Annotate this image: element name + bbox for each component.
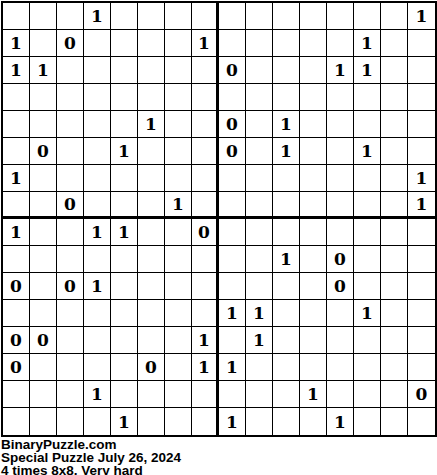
cell-r16c8[interactable] — [192, 408, 219, 435]
cell-r11c7[interactable] — [165, 273, 192, 300]
cell-r14c16[interactable] — [408, 354, 435, 381]
cell-r9c13[interactable] — [327, 219, 354, 246]
cell-r4c12[interactable] — [300, 84, 327, 111]
cell-r15c16: 0 — [408, 381, 435, 408]
cell-r16c2[interactable] — [30, 408, 57, 435]
cell-r9c6[interactable] — [138, 219, 165, 246]
cell-r12c9: 1 — [219, 300, 246, 327]
cell-r13c5[interactable] — [111, 327, 138, 354]
cell-r8c16: 1 — [408, 192, 435, 219]
cell-r9c7[interactable] — [165, 219, 192, 246]
cell-r11c9[interactable] — [219, 273, 246, 300]
cell-r5c9: 0 — [219, 111, 246, 138]
cell-r9c16[interactable] — [408, 219, 435, 246]
cell-r13c2: 0 — [30, 327, 57, 354]
cell-r12c14: 1 — [354, 300, 381, 327]
cell-r11c6[interactable] — [138, 273, 165, 300]
cell-r5c8[interactable] — [192, 111, 219, 138]
cell-r16c1[interactable] — [3, 408, 30, 435]
cell-r6c5: 1 — [111, 138, 138, 165]
cell-r11c2[interactable] — [30, 273, 57, 300]
cell-r16c14[interactable] — [354, 408, 381, 435]
cell-r10c15[interactable] — [381, 246, 408, 273]
cell-r16c7[interactable] — [165, 408, 192, 435]
cell-r12c6[interactable] — [138, 300, 165, 327]
cell-r6c9: 0 — [219, 138, 246, 165]
cell-r10c16[interactable] — [408, 246, 435, 273]
cell-r1c9[interactable] — [219, 3, 246, 30]
cell-r12c15[interactable] — [381, 300, 408, 327]
cell-r4c3[interactable] — [57, 84, 84, 111]
cell-r6c1[interactable] — [3, 138, 30, 165]
cell-r9c11[interactable] — [273, 219, 300, 246]
cell-r4c1[interactable] — [3, 84, 30, 111]
cell-r15c11[interactable] — [273, 381, 300, 408]
cell-r15c3[interactable] — [57, 381, 84, 408]
cell-r10c6[interactable] — [138, 246, 165, 273]
cell-r2c10[interactable] — [246, 30, 273, 57]
cell-r2c16[interactable] — [408, 30, 435, 57]
cell-r8c3: 0 — [57, 192, 84, 219]
cell-r2c7[interactable] — [165, 30, 192, 57]
cell-r4c7[interactable] — [165, 84, 192, 111]
cell-r9c15[interactable] — [381, 219, 408, 246]
cell-r3c12[interactable] — [300, 57, 327, 84]
cell-r10c5[interactable] — [111, 246, 138, 273]
cell-r8c10[interactable] — [246, 192, 273, 219]
cell-r9c10[interactable] — [246, 219, 273, 246]
cell-r13c7[interactable] — [165, 327, 192, 354]
cell-r10c10[interactable] — [246, 246, 273, 273]
cell-r13c3[interactable] — [57, 327, 84, 354]
cell-r5c13[interactable] — [327, 111, 354, 138]
cell-r10c3[interactable] — [57, 246, 84, 273]
cell-r4c4[interactable] — [84, 84, 111, 111]
cell-r13c15[interactable] — [381, 327, 408, 354]
cell-r2c3: 0 — [57, 30, 84, 57]
cell-r4c16[interactable] — [408, 84, 435, 111]
cell-r15c9[interactable] — [219, 381, 246, 408]
cell-r4c9[interactable] — [219, 84, 246, 111]
cell-r7c4[interactable] — [84, 165, 111, 192]
cell-r15c7[interactable] — [165, 381, 192, 408]
cell-r13c1: 0 — [3, 327, 30, 354]
cell-r7c13[interactable] — [327, 165, 354, 192]
cell-r11c14[interactable] — [354, 273, 381, 300]
cell-r2c2[interactable] — [30, 30, 57, 57]
cell-r1c1[interactable] — [3, 3, 30, 30]
cell-r16c3[interactable] — [57, 408, 84, 435]
cell-r7c12[interactable] — [300, 165, 327, 192]
cell-r8c13[interactable] — [327, 192, 354, 219]
cell-r8c8[interactable] — [192, 192, 219, 219]
cell-r10c14[interactable] — [354, 246, 381, 273]
cell-r1c2[interactable] — [30, 3, 57, 30]
cell-r2c13[interactable] — [327, 30, 354, 57]
cell-r2c9[interactable] — [219, 30, 246, 57]
cell-r1c12[interactable] — [300, 3, 327, 30]
cell-r15c5[interactable] — [111, 381, 138, 408]
cell-r5c5[interactable] — [111, 111, 138, 138]
cell-r13c6[interactable] — [138, 327, 165, 354]
cell-r16c9: 1 — [219, 408, 246, 435]
cell-r7c16: 1 — [408, 165, 435, 192]
cell-r15c10[interactable] — [246, 381, 273, 408]
cell-r15c8[interactable] — [192, 381, 219, 408]
cell-r11c1: 0 — [3, 273, 30, 300]
cell-r10c11: 1 — [273, 246, 300, 273]
cell-r9c12[interactable] — [300, 219, 327, 246]
cell-r15c12: 1 — [300, 381, 327, 408]
cell-r13c11[interactable] — [273, 327, 300, 354]
cell-r8c5[interactable] — [111, 192, 138, 219]
cell-r1c11[interactable] — [273, 3, 300, 30]
cell-r4c14[interactable] — [354, 84, 381, 111]
cell-r13c9[interactable] — [219, 327, 246, 354]
cell-r7c10[interactable] — [246, 165, 273, 192]
cell-r3c4[interactable] — [84, 57, 111, 84]
cell-r2c14: 1 — [354, 30, 381, 57]
cell-r3c8[interactable] — [192, 57, 219, 84]
footer: BinaryPuzzle.com Special Puzzle July 26,… — [1, 437, 437, 475]
cell-r9c4: 1 — [84, 219, 111, 246]
cell-r7c5[interactable] — [111, 165, 138, 192]
cell-r11c11[interactable] — [273, 273, 300, 300]
cell-r4c6[interactable] — [138, 84, 165, 111]
cell-r9c5: 1 — [111, 219, 138, 246]
cell-r14c5[interactable] — [111, 354, 138, 381]
cell-r11c8[interactable] — [192, 273, 219, 300]
cell-r8c15[interactable] — [381, 192, 408, 219]
cell-r16c10[interactable] — [246, 408, 273, 435]
cell-r14c6: 0 — [138, 354, 165, 381]
cell-r10c12[interactable] — [300, 246, 327, 273]
cell-r14c8: 1 — [192, 354, 219, 381]
cell-r7c15[interactable] — [381, 165, 408, 192]
cell-r1c14[interactable] — [354, 3, 381, 30]
cell-r15c6[interactable] — [138, 381, 165, 408]
puzzle-board: 1110111101110101011110111110100010111001… — [1, 1, 437, 437]
cell-r3c9: 0 — [219, 57, 246, 84]
cell-r16c16[interactable] — [408, 408, 435, 435]
cell-r5c12[interactable] — [300, 111, 327, 138]
cell-r6c8[interactable] — [192, 138, 219, 165]
cell-r1c8[interactable] — [192, 3, 219, 30]
cell-r12c7[interactable] — [165, 300, 192, 327]
cell-r7c8[interactable] — [192, 165, 219, 192]
cell-r14c15[interactable] — [381, 354, 408, 381]
page: 1110111101110101011110111110100010111001… — [0, 0, 437, 475]
cell-r3c16[interactable] — [408, 57, 435, 84]
cell-r5c16[interactable] — [408, 111, 435, 138]
cell-r2c15[interactable] — [381, 30, 408, 57]
cell-r12c5[interactable] — [111, 300, 138, 327]
cell-r3c1: 1 — [3, 57, 30, 84]
cell-r13c8: 1 — [192, 327, 219, 354]
cell-r6c16[interactable] — [408, 138, 435, 165]
cell-r11c12[interactable] — [300, 273, 327, 300]
cell-r14c1: 0 — [3, 354, 30, 381]
cell-r10c1[interactable] — [3, 246, 30, 273]
cell-r6c7[interactable] — [165, 138, 192, 165]
cell-r1c16: 1 — [408, 3, 435, 30]
cell-r14c3[interactable] — [57, 354, 84, 381]
cell-r1c13[interactable] — [327, 3, 354, 30]
cell-r6c4[interactable] — [84, 138, 111, 165]
cell-r5c10[interactable] — [246, 111, 273, 138]
cell-r7c7[interactable] — [165, 165, 192, 192]
cell-r1c3[interactable] — [57, 3, 84, 30]
cell-r14c7[interactable] — [165, 354, 192, 381]
cell-r12c12[interactable] — [300, 300, 327, 327]
cell-r11c4: 1 — [84, 273, 111, 300]
cell-r2c1: 1 — [3, 30, 30, 57]
cell-r7c11[interactable] — [273, 165, 300, 192]
cell-r2c4[interactable] — [84, 30, 111, 57]
cell-r8c7: 1 — [165, 192, 192, 219]
cell-r7c3[interactable] — [57, 165, 84, 192]
cell-r7c14[interactable] — [354, 165, 381, 192]
cell-r15c1[interactable] — [3, 381, 30, 408]
cell-r15c14[interactable] — [354, 381, 381, 408]
cell-r8c6[interactable] — [138, 192, 165, 219]
cell-r4c5[interactable] — [111, 84, 138, 111]
cell-r16c11[interactable] — [273, 408, 300, 435]
cell-r15c13[interactable] — [327, 381, 354, 408]
cell-r7c2[interactable] — [30, 165, 57, 192]
puzzle-difficulty: 4 times 8x8, Very hard — [1, 464, 437, 475]
cell-r6c6[interactable] — [138, 138, 165, 165]
cell-r11c15[interactable] — [381, 273, 408, 300]
cell-r12c4[interactable] — [84, 300, 111, 327]
cell-r13c12[interactable] — [300, 327, 327, 354]
cell-r4c8[interactable] — [192, 84, 219, 111]
cell-r7c9[interactable] — [219, 165, 246, 192]
cell-r13c4[interactable] — [84, 327, 111, 354]
cell-r4c2[interactable] — [30, 84, 57, 111]
cell-r10c13: 0 — [327, 246, 354, 273]
cell-r11c5[interactable] — [111, 273, 138, 300]
cell-r7c1: 1 — [3, 165, 30, 192]
cell-r5c14[interactable] — [354, 111, 381, 138]
cell-r5c1[interactable] — [3, 111, 30, 138]
cell-r1c4: 1 — [84, 3, 111, 30]
cell-r14c4[interactable] — [84, 354, 111, 381]
cell-r14c14[interactable] — [354, 354, 381, 381]
cell-r5c6: 1 — [138, 111, 165, 138]
cell-r3c3[interactable] — [57, 57, 84, 84]
cell-r3c11[interactable] — [273, 57, 300, 84]
cell-r12c10: 1 — [246, 300, 273, 327]
cell-r1c10[interactable] — [246, 3, 273, 30]
cell-r16c13: 1 — [327, 408, 354, 435]
cell-r3c14: 1 — [354, 57, 381, 84]
cell-r5c7[interactable] — [165, 111, 192, 138]
cell-r11c16[interactable] — [408, 273, 435, 300]
cell-r14c11[interactable] — [273, 354, 300, 381]
cell-r13c14[interactable] — [354, 327, 381, 354]
cell-r14c10[interactable] — [246, 354, 273, 381]
cell-r15c15[interactable] — [381, 381, 408, 408]
cell-r6c12[interactable] — [300, 138, 327, 165]
cell-r3c5[interactable] — [111, 57, 138, 84]
cell-r3c7[interactable] — [165, 57, 192, 84]
cell-r12c3[interactable] — [57, 300, 84, 327]
cell-r13c13[interactable] — [327, 327, 354, 354]
cell-r8c12[interactable] — [300, 192, 327, 219]
cell-r6c3[interactable] — [57, 138, 84, 165]
cell-r10c9[interactable] — [219, 246, 246, 273]
cell-r10c2[interactable] — [30, 246, 57, 273]
cell-r4c11[interactable] — [273, 84, 300, 111]
cell-r16c5: 1 — [111, 408, 138, 435]
cell-r13c10: 1 — [246, 327, 273, 354]
cell-r15c4: 1 — [84, 381, 111, 408]
cell-r1c5[interactable] — [111, 3, 138, 30]
cell-r10c8[interactable] — [192, 246, 219, 273]
cell-r8c4[interactable] — [84, 192, 111, 219]
cell-r14c12[interactable] — [300, 354, 327, 381]
cell-r9c14[interactable] — [354, 219, 381, 246]
cell-r2c5[interactable] — [111, 30, 138, 57]
cell-r1c6[interactable] — [138, 3, 165, 30]
cell-r4c15[interactable] — [381, 84, 408, 111]
cell-r5c11: 1 — [273, 111, 300, 138]
cell-r9c1: 1 — [3, 219, 30, 246]
cell-r8c1[interactable] — [3, 192, 30, 219]
cell-r1c15[interactable] — [381, 3, 408, 30]
cell-r8c2[interactable] — [30, 192, 57, 219]
cell-r5c2[interactable] — [30, 111, 57, 138]
cell-r8c11[interactable] — [273, 192, 300, 219]
cell-r10c7[interactable] — [165, 246, 192, 273]
cell-r3c15[interactable] — [381, 57, 408, 84]
cell-r3c2: 1 — [30, 57, 57, 84]
cell-r3c13: 1 — [327, 57, 354, 84]
cell-r6c10[interactable] — [246, 138, 273, 165]
cell-r9c8: 0 — [192, 219, 219, 246]
cell-r12c11[interactable] — [273, 300, 300, 327]
cell-r6c2: 0 — [30, 138, 57, 165]
cell-r11c3: 0 — [57, 273, 84, 300]
cell-r12c1[interactable] — [3, 300, 30, 327]
cell-r8c14[interactable] — [354, 192, 381, 219]
cell-r2c8: 1 — [192, 30, 219, 57]
cell-r11c10[interactable] — [246, 273, 273, 300]
cell-r6c15[interactable] — [381, 138, 408, 165]
cell-r6c13[interactable] — [327, 138, 354, 165]
cell-r4c10[interactable] — [246, 84, 273, 111]
cell-r8c9[interactable] — [219, 192, 246, 219]
cell-r16c15[interactable] — [381, 408, 408, 435]
cell-r5c4[interactable] — [84, 111, 111, 138]
cell-r6c14: 1 — [354, 138, 381, 165]
cell-r9c9[interactable] — [219, 219, 246, 246]
cell-r3c6[interactable] — [138, 57, 165, 84]
cell-r10c4[interactable] — [84, 246, 111, 273]
cell-r9c3[interactable] — [57, 219, 84, 246]
cell-r16c6[interactable] — [138, 408, 165, 435]
cell-r6c11: 1 — [273, 138, 300, 165]
cell-r2c11[interactable] — [273, 30, 300, 57]
cell-r5c15[interactable] — [381, 111, 408, 138]
cell-r14c13[interactable] — [327, 354, 354, 381]
cell-r16c4[interactable] — [84, 408, 111, 435]
cell-r12c8[interactable] — [192, 300, 219, 327]
cell-r12c2[interactable] — [30, 300, 57, 327]
cell-r9c2[interactable] — [30, 219, 57, 246]
cell-r5c3[interactable] — [57, 111, 84, 138]
cell-r16c12[interactable] — [300, 408, 327, 435]
cell-r2c6[interactable] — [138, 30, 165, 57]
cell-r12c16[interactable] — [408, 300, 435, 327]
cell-r7c6[interactable] — [138, 165, 165, 192]
cell-r15c2[interactable] — [30, 381, 57, 408]
cell-r13c16[interactable] — [408, 327, 435, 354]
cell-r14c2[interactable] — [30, 354, 57, 381]
cell-r4c13[interactable] — [327, 84, 354, 111]
cell-r1c7[interactable] — [165, 3, 192, 30]
cell-r3c10[interactable] — [246, 57, 273, 84]
cell-r11c13: 0 — [327, 273, 354, 300]
cell-r12c13[interactable] — [327, 300, 354, 327]
cell-r2c12[interactable] — [300, 30, 327, 57]
cell-r14c9: 1 — [219, 354, 246, 381]
